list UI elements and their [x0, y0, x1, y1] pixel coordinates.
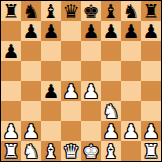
- square-b2[interactable]: ♟: [21, 121, 41, 141]
- square-h8[interactable]: ♜: [141, 1, 161, 21]
- square-e8[interactable]: ♚: [81, 1, 101, 21]
- black-pawn[interactable]: ♟: [142, 21, 159, 41]
- white-knight[interactable]: ♞: [22, 141, 39, 161]
- square-c1[interactable]: ♝: [41, 141, 61, 161]
- black-bishop[interactable]: ♝: [42, 1, 59, 21]
- square-f1[interactable]: ♝: [101, 141, 121, 161]
- square-a4[interactable]: [1, 81, 21, 101]
- white-pawn[interactable]: ♟: [62, 81, 79, 101]
- square-e5[interactable]: [81, 61, 101, 81]
- black-bishop[interactable]: ♝: [102, 1, 119, 21]
- square-f2[interactable]: ♟: [101, 121, 121, 141]
- square-c8[interactable]: ♝: [41, 1, 61, 21]
- square-b5[interactable]: [21, 61, 41, 81]
- black-pawn[interactable]: ♟: [82, 21, 99, 41]
- square-g2[interactable]: ♟: [121, 121, 141, 141]
- black-knight[interactable]: ♞: [22, 1, 39, 21]
- white-knight[interactable]: ♞: [102, 101, 119, 121]
- square-c5[interactable]: [41, 61, 61, 81]
- black-pawn[interactable]: ♟: [22, 21, 39, 41]
- square-e3[interactable]: [81, 101, 101, 121]
- square-d5[interactable]: [61, 61, 81, 81]
- square-e4[interactable]: ♟: [81, 81, 101, 101]
- white-pawn[interactable]: ♟: [22, 121, 39, 141]
- chess-board-frame: ♜♞♝♛♚♝♞♜♟♟♟♟♟♟♟♟♟♟♞♟♟♟♟♟♜♞♝♛♚♝♜: [0, 0, 162, 162]
- square-a2[interactable]: ♟: [1, 121, 21, 141]
- square-a1[interactable]: ♜: [1, 141, 21, 161]
- white-pawn[interactable]: ♟: [122, 121, 139, 141]
- white-pawn[interactable]: ♟: [82, 81, 99, 101]
- square-h6[interactable]: [141, 41, 161, 61]
- square-b3[interactable]: [21, 101, 41, 121]
- square-e2[interactable]: [81, 121, 101, 141]
- square-b1[interactable]: ♞: [21, 141, 41, 161]
- square-a5[interactable]: [1, 61, 21, 81]
- square-g6[interactable]: [121, 41, 141, 61]
- black-king[interactable]: ♚: [82, 1, 99, 21]
- square-b4[interactable]: [21, 81, 41, 101]
- black-pawn[interactable]: ♟: [42, 81, 59, 101]
- square-b6[interactable]: [21, 41, 41, 61]
- square-h2[interactable]: ♟: [141, 121, 161, 141]
- square-h1[interactable]: ♜: [141, 141, 161, 161]
- square-f4[interactable]: [101, 81, 121, 101]
- square-g8[interactable]: ♞: [121, 1, 141, 21]
- square-f3[interactable]: ♞: [101, 101, 121, 121]
- square-c7[interactable]: ♟: [41, 21, 61, 41]
- square-f6[interactable]: [101, 41, 121, 61]
- square-h5[interactable]: [141, 61, 161, 81]
- black-rook[interactable]: ♜: [142, 1, 159, 21]
- black-pawn[interactable]: ♟: [2, 41, 19, 61]
- black-knight[interactable]: ♞: [122, 1, 139, 21]
- square-g3[interactable]: [121, 101, 141, 121]
- white-queen[interactable]: ♛: [62, 141, 79, 161]
- square-e1[interactable]: ♚: [81, 141, 101, 161]
- black-pawn[interactable]: ♟: [102, 21, 119, 41]
- square-e7[interactable]: ♟: [81, 21, 101, 41]
- square-d8[interactable]: ♛: [61, 1, 81, 21]
- chess-board: ♜♞♝♛♚♝♞♜♟♟♟♟♟♟♟♟♟♟♞♟♟♟♟♟♜♞♝♛♚♝♜: [1, 1, 161, 161]
- square-g1[interactable]: [121, 141, 141, 161]
- square-d7[interactable]: [61, 21, 81, 41]
- square-f8[interactable]: ♝: [101, 1, 121, 21]
- square-g7[interactable]: ♟: [121, 21, 141, 41]
- square-c3[interactable]: [41, 101, 61, 121]
- square-g5[interactable]: [121, 61, 141, 81]
- square-b7[interactable]: ♟: [21, 21, 41, 41]
- square-a8[interactable]: ♜: [1, 1, 21, 21]
- white-bishop[interactable]: ♝: [42, 141, 59, 161]
- square-c4[interactable]: ♟: [41, 81, 61, 101]
- square-f5[interactable]: [101, 61, 121, 81]
- white-pawn[interactable]: ♟: [102, 121, 119, 141]
- white-pawn[interactable]: ♟: [142, 121, 159, 141]
- square-f7[interactable]: ♟: [101, 21, 121, 41]
- white-pawn[interactable]: ♟: [2, 121, 19, 141]
- square-d1[interactable]: ♛: [61, 141, 81, 161]
- square-h7[interactable]: ♟: [141, 21, 161, 41]
- black-pawn[interactable]: ♟: [122, 21, 139, 41]
- square-c2[interactable]: [41, 121, 61, 141]
- white-rook[interactable]: ♜: [142, 141, 159, 161]
- square-d6[interactable]: [61, 41, 81, 61]
- white-rook[interactable]: ♜: [2, 141, 19, 161]
- square-e6[interactable]: [81, 41, 101, 61]
- white-king[interactable]: ♚: [82, 141, 99, 161]
- square-b8[interactable]: ♞: [21, 1, 41, 21]
- white-bishop[interactable]: ♝: [102, 141, 119, 161]
- square-d3[interactable]: [61, 101, 81, 121]
- square-a7[interactable]: [1, 21, 21, 41]
- square-h4[interactable]: [141, 81, 161, 101]
- square-a6[interactable]: ♟: [1, 41, 21, 61]
- square-h3[interactable]: [141, 101, 161, 121]
- square-c6[interactable]: [41, 41, 61, 61]
- black-queen[interactable]: ♛: [62, 1, 79, 21]
- square-d4[interactable]: ♟: [61, 81, 81, 101]
- square-d2[interactable]: [61, 121, 81, 141]
- square-a3[interactable]: [1, 101, 21, 121]
- square-g4[interactable]: [121, 81, 141, 101]
- black-rook[interactable]: ♜: [2, 1, 19, 21]
- black-pawn[interactable]: ♟: [42, 21, 59, 41]
